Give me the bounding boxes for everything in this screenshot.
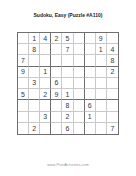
sudoku-cell-r9c5: 6 — [62, 123, 73, 134]
sudoku-cell-r5c8 — [96, 78, 107, 89]
sudoku-cell-r4c6 — [74, 67, 85, 78]
sudoku-cell-r2c6 — [74, 44, 85, 55]
sudoku-cell-r5c3 — [40, 78, 51, 89]
sudoku-cell-r4c2 — [29, 67, 40, 78]
sudoku-cell-r7c6 — [74, 100, 85, 111]
sudoku-cell-r4c9: 2 — [107, 67, 118, 78]
sudoku-cell-r8c2 — [29, 112, 40, 123]
sudoku-cell-r9c6 — [74, 123, 85, 134]
sudoku-cell-r8c5: 2 — [62, 112, 73, 123]
sudoku-cell-r5c7 — [85, 78, 96, 89]
sudoku-cell-r2c3 — [40, 44, 51, 55]
sudoku-cell-r8c3: 3 — [40, 112, 51, 123]
sudoku-cell-r1c6 — [74, 33, 85, 44]
sudoku-cell-r6c7 — [85, 89, 96, 100]
sudoku-cell-r1c3: 4 — [40, 33, 51, 44]
sudoku-cell-r1c4: 2 — [51, 33, 62, 44]
sudoku-cell-r3c2 — [29, 55, 40, 66]
page-title: Sudoku, Easy (Puzzle #A110) — [0, 12, 136, 19]
sudoku-cell-r8c7: 1 — [85, 112, 96, 123]
sudoku-cell-r5c2: 3 — [29, 78, 40, 89]
sudoku-cell-r2c8: 1 — [96, 44, 107, 55]
sudoku-cell-r6c1: 5 — [18, 89, 29, 100]
sudoku-cell-r6c5: 1 — [62, 89, 73, 100]
sudoku-cell-r1c5: 5 — [62, 33, 73, 44]
sudoku-cell-r2c5: 7 — [62, 44, 73, 55]
sudoku-cell-r5c6 — [74, 78, 85, 89]
sudoku-cell-r5c5 — [62, 78, 73, 89]
sudoku-cell-r3c3 — [40, 55, 51, 66]
sudoku-cell-r5c1 — [18, 78, 29, 89]
sudoku-cell-r6c8 — [96, 89, 107, 100]
sudoku-cell-r3c7 — [85, 55, 96, 66]
sudoku-cell-r9c7 — [85, 123, 96, 134]
sudoku-cell-r1c1 — [18, 33, 29, 44]
sudoku-cell-r4c3: 1 — [40, 67, 51, 78]
sudoku-cell-r4c1: 9 — [18, 67, 29, 78]
sudoku-cell-r9c9: 7 — [107, 123, 118, 134]
sudoku-cell-r2c9: 4 — [107, 44, 118, 55]
sudoku-grid: 1425987147891236529186321267 — [17, 32, 119, 135]
sudoku-cell-r6c2 — [29, 89, 40, 100]
sudoku-cell-r4c8 — [96, 67, 107, 78]
sudoku-cell-r7c7: 6 — [85, 100, 96, 111]
sudoku-cell-r3c6 — [74, 55, 85, 66]
sudoku-cell-r3c1: 7 — [18, 55, 29, 66]
sudoku-cell-r7c2 — [29, 100, 40, 111]
sudoku-cell-r1c8: 9 — [96, 33, 107, 44]
sudoku-cell-r2c2: 8 — [29, 44, 40, 55]
sudoku-cell-r1c2: 1 — [29, 33, 40, 44]
sudoku-cell-r5c4: 6 — [51, 78, 62, 89]
sudoku-cell-r6c4: 9 — [51, 89, 62, 100]
sudoku-cell-r8c4 — [51, 112, 62, 123]
sudoku-cell-r5c9 — [107, 78, 118, 89]
sudoku-cell-r3c5 — [62, 55, 73, 66]
sudoku-cell-r1c7 — [85, 33, 96, 44]
sudoku-cell-r7c4 — [51, 100, 62, 111]
sudoku-sheet: Sudoku, Easy (Puzzle #A110) 142598714789… — [0, 0, 136, 176]
sudoku-cell-r7c8 — [96, 100, 107, 111]
page-footer-url: www.PrintActivities.com — [0, 163, 136, 167]
sudoku-cell-r8c8 — [96, 112, 107, 123]
sudoku-cell-r4c4 — [51, 67, 62, 78]
sudoku-cell-r9c1 — [18, 123, 29, 134]
sudoku-cell-r3c8 — [96, 55, 107, 66]
sudoku-cell-r9c3 — [40, 123, 51, 134]
sudoku-cell-r7c1 — [18, 100, 29, 111]
sudoku-cell-r9c2: 2 — [29, 123, 40, 134]
sudoku-cell-r2c4 — [51, 44, 62, 55]
sudoku-cell-r1c9 — [107, 33, 118, 44]
sudoku-cell-r2c1 — [18, 44, 29, 55]
sudoku-cell-r3c9: 8 — [107, 55, 118, 66]
sudoku-cell-r7c5: 8 — [62, 100, 73, 111]
sudoku-cell-r4c7 — [85, 67, 96, 78]
sudoku-cell-r3c4 — [51, 55, 62, 66]
sudoku-cell-r7c3 — [40, 100, 51, 111]
sudoku-cell-r2c7 — [85, 44, 96, 55]
sudoku-cell-r8c6 — [74, 112, 85, 123]
sudoku-cell-r8c1 — [18, 112, 29, 123]
sudoku-cell-r4c5 — [62, 67, 73, 78]
sudoku-cell-r8c9 — [107, 112, 118, 123]
sudoku-cell-r6c6 — [74, 89, 85, 100]
sudoku-cell-r9c8 — [96, 123, 107, 134]
sudoku-cell-r6c3: 2 — [40, 89, 51, 100]
sudoku-cell-r7c9 — [107, 100, 118, 111]
sudoku-cell-r9c4 — [51, 123, 62, 134]
sudoku-cell-r6c9 — [107, 89, 118, 100]
